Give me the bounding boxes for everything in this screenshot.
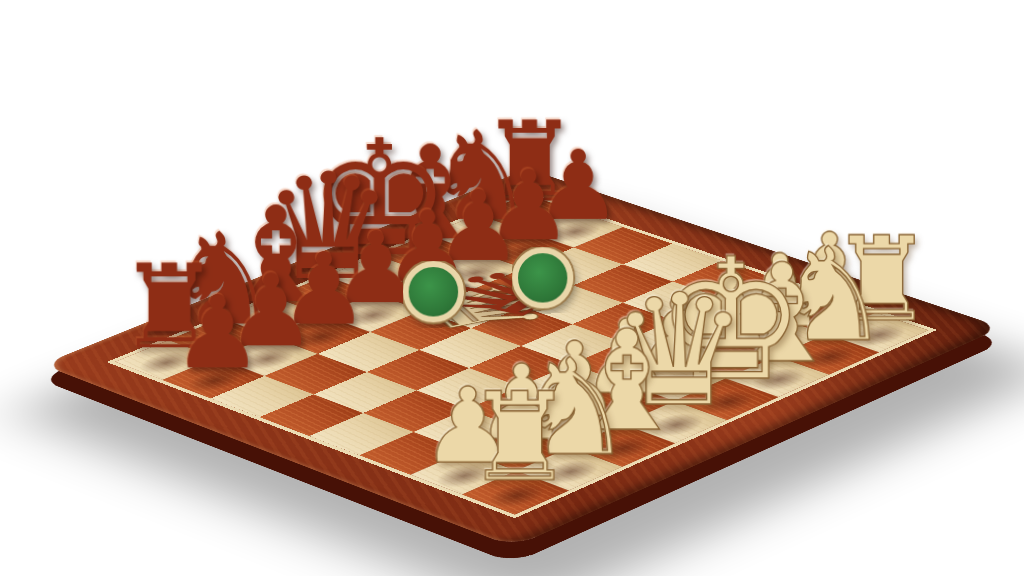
board-grid: ♜♞♝♛♚♝♞♜♟♟♟♟♟♟♟♟♟♟♟♟♟♟♟♟♜♞♝♛♚♝♞♜♛♛ bbox=[115, 195, 929, 515]
square-a1: ♜ bbox=[462, 471, 569, 515]
maple-border-inlay: ♜♞♝♛♚♝♞♜♟♟♟♟♟♟♟♟♟♟♟♟♟♟♟♟♜♞♝♛♚♝♞♜♛♛ bbox=[107, 192, 938, 519]
white-rook-a1: ♜ bbox=[404, 377, 635, 499]
chess-board: ♜♞♝♛♚♝♞♜♟♟♟♟♟♟♟♟♟♟♟♟♟♟♟♟♜♞♝♛♚♝♞♜♛♛ bbox=[42, 169, 1002, 547]
photo-scene: ♜♞♝♛♚♝♞♜♟♟♟♟♟♟♟♟♟♟♟♟♟♟♟♟♜♞♝♛♚♝♞♜♛♛ bbox=[0, 0, 1024, 576]
red-pawn-a7: ♟ bbox=[107, 283, 328, 384]
